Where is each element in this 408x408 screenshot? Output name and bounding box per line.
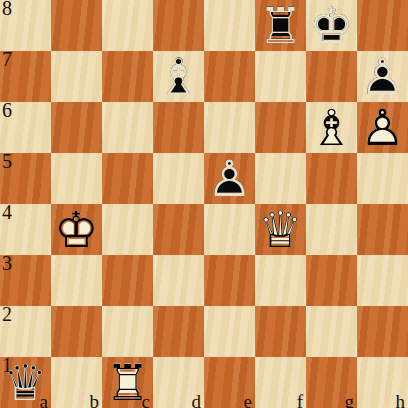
square-h4[interactable] — [357, 204, 408, 255]
black-bishop-outline-glyph: ♗ — [153, 51, 204, 102]
square-c2[interactable] — [102, 306, 153, 357]
file-label-e: e — [244, 392, 252, 408]
square-a8[interactable]: 8 — [0, 0, 51, 51]
chess-board: 8♜♖♚♔7♝♗♟♙6♝♗♟♙5♟♙4♚♔♛♕32♛♕1ab♜♖cdefgh — [0, 0, 408, 408]
square-c6[interactable] — [102, 102, 153, 153]
square-h2[interactable] — [357, 306, 408, 357]
rank-label-2: 2 — [2, 304, 12, 324]
square-f7[interactable] — [255, 51, 306, 102]
white-queen-outline-glyph: ♕ — [255, 204, 306, 255]
rank-label-8: 8 — [2, 0, 12, 18]
file-label-g: g — [345, 392, 355, 408]
square-h1[interactable]: h — [357, 357, 408, 408]
file-label-c: c — [142, 392, 150, 408]
square-h3[interactable] — [357, 255, 408, 306]
square-b5[interactable] — [51, 153, 102, 204]
black-pawn-outline-glyph: ♙ — [357, 51, 408, 102]
square-c3[interactable] — [102, 255, 153, 306]
rank-label-5: 5 — [2, 151, 12, 171]
black-pawn-outline-glyph: ♙ — [204, 153, 255, 204]
rank-label-7: 7 — [2, 49, 12, 69]
black-rook-outline-glyph: ♖ — [255, 0, 306, 51]
square-g1[interactable]: g — [306, 357, 357, 408]
rank-label-6: 6 — [2, 100, 12, 120]
square-g8[interactable]: ♚♔ — [306, 0, 357, 51]
file-label-f: f — [297, 392, 303, 408]
square-d5[interactable] — [153, 153, 204, 204]
file-label-d: d — [192, 392, 202, 408]
file-label-b: b — [90, 392, 100, 408]
square-b4[interactable]: ♚♔ — [51, 204, 102, 255]
black-rook-f8[interactable]: ♜♖ — [255, 0, 306, 51]
square-g5[interactable] — [306, 153, 357, 204]
square-d3[interactable] — [153, 255, 204, 306]
square-e8[interactable] — [204, 0, 255, 51]
white-pawn-h6[interactable]: ♟♙ — [357, 102, 408, 153]
square-h5[interactable] — [357, 153, 408, 204]
square-a5[interactable]: 5 — [0, 153, 51, 204]
white-bishop-outline-glyph: ♗ — [306, 102, 357, 153]
black-pawn-e5[interactable]: ♟♙ — [204, 153, 255, 204]
square-a1[interactable]: ♛♕1a — [0, 357, 51, 408]
square-f6[interactable] — [255, 102, 306, 153]
square-f1[interactable]: f — [255, 357, 306, 408]
square-b8[interactable] — [51, 0, 102, 51]
square-a4[interactable]: 4 — [0, 204, 51, 255]
square-e3[interactable] — [204, 255, 255, 306]
white-pawn-outline-glyph: ♙ — [357, 102, 408, 153]
square-f8[interactable]: ♜♖ — [255, 0, 306, 51]
file-label-a: a — [40, 392, 48, 408]
square-d6[interactable] — [153, 102, 204, 153]
square-g6[interactable]: ♝♗ — [306, 102, 357, 153]
white-king-b4[interactable]: ♚♔ — [51, 204, 102, 255]
square-c8[interactable] — [102, 0, 153, 51]
square-c7[interactable] — [102, 51, 153, 102]
square-d8[interactable] — [153, 0, 204, 51]
square-h8[interactable] — [357, 0, 408, 51]
square-h6[interactable]: ♟♙ — [357, 102, 408, 153]
square-e4[interactable] — [204, 204, 255, 255]
square-a3[interactable]: 3 — [0, 255, 51, 306]
square-b6[interactable] — [51, 102, 102, 153]
square-e7[interactable] — [204, 51, 255, 102]
square-c1[interactable]: ♜♖c — [102, 357, 153, 408]
square-e1[interactable]: e — [204, 357, 255, 408]
square-f4[interactable]: ♛♕ — [255, 204, 306, 255]
square-e6[interactable] — [204, 102, 255, 153]
square-c4[interactable] — [102, 204, 153, 255]
black-king-g8[interactable]: ♚♔ — [306, 0, 357, 51]
black-king-outline-glyph: ♔ — [306, 0, 357, 51]
rank-label-4: 4 — [2, 202, 12, 222]
square-h7[interactable]: ♟♙ — [357, 51, 408, 102]
square-f3[interactable] — [255, 255, 306, 306]
white-queen-f4[interactable]: ♛♕ — [255, 204, 306, 255]
square-a2[interactable]: 2 — [0, 306, 51, 357]
black-pawn-h7[interactable]: ♟♙ — [357, 51, 408, 102]
square-b2[interactable] — [51, 306, 102, 357]
square-g2[interactable] — [306, 306, 357, 357]
square-g4[interactable] — [306, 204, 357, 255]
file-label-h: h — [396, 392, 406, 408]
square-e5[interactable]: ♟♙ — [204, 153, 255, 204]
square-c5[interactable] — [102, 153, 153, 204]
rank-label-3: 3 — [2, 253, 12, 273]
black-bishop-d7[interactable]: ♝♗ — [153, 51, 204, 102]
square-a6[interactable]: 6 — [0, 102, 51, 153]
square-a7[interactable]: 7 — [0, 51, 51, 102]
square-b3[interactable] — [51, 255, 102, 306]
square-d7[interactable]: ♝♗ — [153, 51, 204, 102]
square-g7[interactable] — [306, 51, 357, 102]
square-g3[interactable] — [306, 255, 357, 306]
square-d4[interactable] — [153, 204, 204, 255]
square-e2[interactable] — [204, 306, 255, 357]
white-bishop-g6[interactable]: ♝♗ — [306, 102, 357, 153]
square-f5[interactable] — [255, 153, 306, 204]
square-d2[interactable] — [153, 306, 204, 357]
square-d1[interactable]: d — [153, 357, 204, 408]
square-b1[interactable]: b — [51, 357, 102, 408]
square-b7[interactable] — [51, 51, 102, 102]
square-f2[interactable] — [255, 306, 306, 357]
rank-label-1: 1 — [2, 355, 12, 375]
white-king-outline-glyph: ♔ — [51, 204, 102, 255]
